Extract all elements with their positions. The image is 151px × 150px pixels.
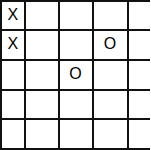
- x-mark: X: [7, 7, 18, 23]
- o-mark: O: [69, 66, 81, 82]
- o-mark: O: [104, 36, 116, 52]
- cell-r1c5[interactable]: [129, 2, 151, 31]
- cell-r2c5[interactable]: [129, 31, 151, 61]
- cell-r1c1[interactable]: X: [2, 2, 26, 31]
- cell-r2c2[interactable]: [26, 31, 60, 61]
- cell-r2c4[interactable]: O: [94, 31, 129, 61]
- x-mark: X: [7, 36, 18, 52]
- cell-r1c4[interactable]: [94, 2, 129, 31]
- cell-r3c2[interactable]: [26, 61, 60, 91]
- cell-r2c3[interactable]: [60, 31, 94, 61]
- cell-r5c3[interactable]: [60, 120, 94, 150]
- cell-r5c4[interactable]: [94, 120, 129, 150]
- cell-r1c3[interactable]: [60, 2, 94, 31]
- cell-r5c5[interactable]: [129, 120, 151, 150]
- cell-r3c5[interactable]: [129, 61, 151, 91]
- cell-r4c3[interactable]: [60, 91, 94, 121]
- cell-r3c4[interactable]: [94, 61, 129, 91]
- cell-r4c4[interactable]: [94, 91, 129, 121]
- cell-r2c1[interactable]: X: [2, 31, 26, 61]
- cell-r3c3[interactable]: O: [60, 61, 94, 91]
- cell-r1c2[interactable]: [26, 2, 60, 31]
- cell-r4c1[interactable]: [2, 91, 26, 121]
- cell-r4c5[interactable]: [129, 91, 151, 121]
- cell-r5c1[interactable]: [2, 120, 26, 150]
- cell-r4c2[interactable]: [26, 91, 60, 121]
- cell-r5c2[interactable]: [26, 120, 60, 150]
- cell-r3c1[interactable]: [2, 61, 26, 91]
- tic-tac-toe-board: XXOO: [0, 0, 150, 150]
